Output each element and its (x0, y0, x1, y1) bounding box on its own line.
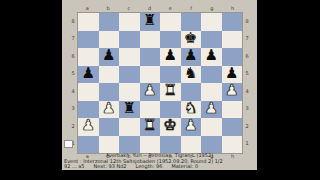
square-c1 (119, 136, 140, 154)
piece-black-p-f6: ♟ (184, 48, 197, 63)
move-status-line: 92 ... a5 Next: 93 Nd2 Length: 96 Materi… (62, 164, 257, 170)
coord-label-3: 3 (244, 100, 250, 118)
square-h5: ♟ (222, 66, 243, 84)
piece-black-p-g6: ♟ (205, 48, 218, 63)
video-frame[interactable]: abcdefgh 87654321 87654321 ♜♚♟♟♟♟♟♞♟♟♜♟♟… (0, 0, 320, 180)
square-b6: ♟ (99, 48, 120, 66)
chess-board: ♜♚♟♟♟♟♟♞♟♟♜♟♟♜♞♟♟♜♚♟ (77, 12, 243, 154)
coord-label-5: 5 (70, 65, 76, 83)
square-c8 (119, 13, 140, 31)
square-f1 (181, 136, 202, 154)
square-d6 (140, 48, 161, 66)
square-d1 (140, 136, 161, 154)
square-h6 (222, 48, 243, 66)
square-h4: ♟ (222, 83, 243, 101)
piece-black-r-c3: ♜ (123, 101, 136, 116)
piece-white-k-e2: ♚ (164, 118, 177, 133)
square-e5 (160, 66, 181, 84)
game-length: Length: 96 (136, 164, 163, 170)
coord-label-7: 7 (244, 30, 250, 48)
square-e7 (160, 31, 181, 49)
square-f7: ♚ (181, 31, 202, 49)
square-a2: ♟ (78, 118, 99, 136)
piece-black-p-e6: ♟ (164, 48, 177, 63)
coord-label-a: a (77, 5, 98, 11)
square-e2: ♚ (160, 118, 181, 136)
coord-label-8: 8 (70, 12, 76, 30)
piece-black-p-a5: ♟ (82, 66, 95, 81)
square-b5 (99, 66, 120, 84)
last-move: 92 ... a5 (64, 164, 85, 170)
square-g4 (201, 83, 222, 101)
coord-label-g: g (202, 5, 223, 11)
caption: Averbakh, Yuri -- Petrosian, Tigran L (1… (62, 153, 257, 170)
coord-label-2: 2 (70, 117, 76, 135)
square-f6: ♟ (181, 48, 202, 66)
square-g5 (201, 66, 222, 84)
coord-label-2: 2 (244, 117, 250, 135)
material-balance: Material: 0 (171, 164, 198, 170)
square-a7 (78, 31, 99, 49)
square-g1 (201, 136, 222, 154)
square-e3 (160, 101, 181, 119)
square-f3: ♞ (181, 101, 202, 119)
square-a3 (78, 101, 99, 119)
coord-label-6: 6 (244, 47, 250, 65)
square-f4 (181, 83, 202, 101)
coord-label-8: 8 (244, 12, 250, 30)
coord-label-1: 1 (244, 135, 250, 153)
square-d8: ♜ (140, 13, 161, 31)
square-h8 (222, 13, 243, 31)
piece-white-r-e4: ♜ (164, 83, 177, 98)
square-d5 (140, 66, 161, 84)
square-c6 (119, 48, 140, 66)
square-h2 (222, 118, 243, 136)
square-b8 (99, 13, 120, 31)
square-g2 (201, 118, 222, 136)
piece-white-r-d2: ♜ (143, 118, 156, 133)
square-c2 (119, 118, 140, 136)
coord-label-c: c (119, 5, 140, 11)
square-e6: ♟ (160, 48, 181, 66)
square-b4 (99, 83, 120, 101)
square-b1 (99, 136, 120, 154)
piece-black-p-b6: ♟ (102, 48, 115, 63)
coord-label-6: 6 (70, 47, 76, 65)
square-a5: ♟ (78, 66, 99, 84)
piece-white-p-a2: ♟ (82, 118, 95, 133)
square-f5: ♞ (181, 66, 202, 84)
square-g8 (201, 13, 222, 31)
coord-label-f: f (181, 5, 202, 11)
coord-label-4: 4 (244, 82, 250, 100)
coord-label-h: h (222, 5, 243, 11)
square-d3 (140, 101, 161, 119)
square-g3: ♟ (201, 101, 222, 119)
coord-label-e: e (160, 5, 181, 11)
square-b7 (99, 31, 120, 49)
square-f2: ♟ (181, 118, 202, 136)
coord-label-d: d (139, 5, 160, 11)
coord-label-4: 4 (70, 82, 76, 100)
square-b3: ♟ (99, 101, 120, 119)
rank-labels-right: 87654321 (244, 12, 250, 152)
piece-white-p-g3: ♟ (205, 101, 218, 116)
piece-white-n-f3: ♞ (184, 101, 197, 116)
square-c5 (119, 66, 140, 84)
square-e8 (160, 13, 181, 31)
square-h7 (222, 31, 243, 49)
piece-white-p-h4: ♟ (225, 83, 238, 98)
square-f8 (181, 13, 202, 31)
piece-black-n-f5: ♞ (184, 66, 197, 81)
piece-white-p-d4: ♟ (143, 83, 156, 98)
coord-label-7: 7 (70, 30, 76, 48)
square-c7 (119, 31, 140, 49)
square-a8 (78, 13, 99, 31)
square-d4: ♟ (140, 83, 161, 101)
piece-black-p-h5: ♟ (225, 66, 238, 81)
rank-labels-left: 87654321 (70, 12, 76, 152)
coord-label-5: 5 (244, 65, 250, 83)
square-e4: ♜ (160, 83, 181, 101)
square-h1 (222, 136, 243, 154)
file-labels-top: abcdefgh (77, 5, 243, 11)
square-g6: ♟ (201, 48, 222, 66)
square-c4 (119, 83, 140, 101)
square-d2: ♜ (140, 118, 161, 136)
square-h3 (222, 101, 243, 119)
piece-black-r-d8: ♜ (143, 13, 156, 28)
square-b2 (99, 118, 120, 136)
ui-artifact-box (64, 140, 73, 148)
coord-label-3: 3 (70, 100, 76, 118)
next-move: Next: 93 Nd2 (94, 164, 127, 170)
diagram-background: abcdefgh 87654321 87654321 ♜♚♟♟♟♟♟♞♟♟♜♟♟… (62, 0, 257, 170)
square-c3: ♜ (119, 101, 140, 119)
coord-label-b: b (98, 5, 119, 11)
square-a6 (78, 48, 99, 66)
square-g7 (201, 31, 222, 49)
square-d7 (140, 31, 161, 49)
square-a4 (78, 83, 99, 101)
piece-white-p-f2: ♟ (184, 118, 197, 133)
square-e1 (160, 136, 181, 154)
square-a1 (78, 136, 99, 154)
piece-white-p-b3: ♟ (102, 101, 115, 116)
piece-black-k-f7: ♚ (184, 31, 197, 46)
